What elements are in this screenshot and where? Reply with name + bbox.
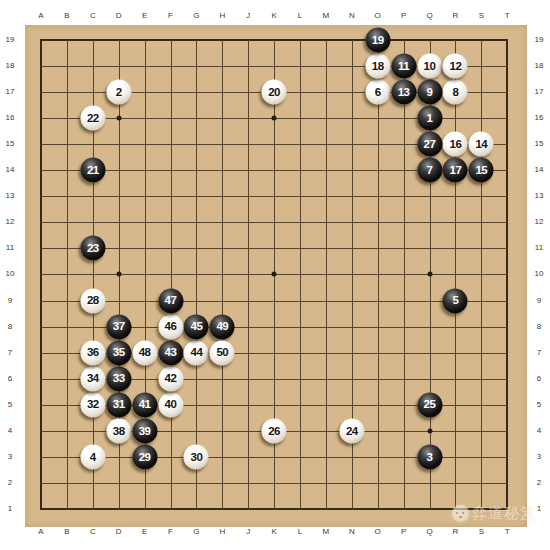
stone-number: 17 xyxy=(449,165,461,177)
coordinate-label-left: 18 xyxy=(6,62,15,70)
star-point xyxy=(427,272,432,277)
stone-number: 48 xyxy=(139,347,151,359)
coordinate-label-top: M xyxy=(323,12,330,20)
coordinate-label-left: 11 xyxy=(6,244,14,252)
stone-number: 50 xyxy=(216,347,228,359)
stone-number: 26 xyxy=(268,425,280,437)
coordinate-label-bottom: H xyxy=(219,528,225,536)
coordinate-label-left: 17 xyxy=(6,88,15,96)
star-point xyxy=(272,272,277,277)
stone-number: 28 xyxy=(87,295,99,307)
stone-number: 32 xyxy=(87,399,99,411)
stone-number: 19 xyxy=(372,34,384,46)
coordinate-label-bottom: M xyxy=(323,528,330,536)
coordinate-label-right: 6 xyxy=(537,375,541,383)
stone-white: 40 xyxy=(158,392,183,417)
coordinate-label-left: 9 xyxy=(8,297,12,305)
stone-black: 31 xyxy=(106,392,131,417)
stone-number: 10 xyxy=(424,60,436,72)
stone-black: 15 xyxy=(469,158,494,183)
coordinate-label-left: 10 xyxy=(6,270,15,278)
stone-number: 3 xyxy=(427,451,433,463)
stone-white: 32 xyxy=(80,392,105,417)
stone-number: 40 xyxy=(165,399,177,411)
coordinate-label-left: 14 xyxy=(6,166,15,174)
coordinate-label-top: Q xyxy=(426,12,432,20)
stone-white: 28 xyxy=(80,288,105,313)
stone-number: 11 xyxy=(398,60,409,72)
stone-number: 4 xyxy=(90,451,96,463)
coordinate-label-left: 6 xyxy=(8,375,12,383)
coordinate-label-right: 18 xyxy=(535,62,544,70)
stone-black: 11 xyxy=(391,54,416,79)
stone-number: 49 xyxy=(216,321,228,333)
coordinate-label-bottom: J xyxy=(246,528,250,536)
stone-black: 45 xyxy=(184,314,209,339)
stone-black: 5 xyxy=(443,288,468,313)
stone-number: 18 xyxy=(372,60,384,72)
star-point xyxy=(116,116,121,121)
stone-number: 9 xyxy=(427,86,433,98)
grid-line-vertical xyxy=(300,40,301,509)
stone-black: 21 xyxy=(80,158,105,183)
stone-white: 12 xyxy=(443,54,468,79)
coordinate-label-right: 8 xyxy=(537,323,541,331)
star-point xyxy=(116,272,121,277)
coordinate-label-bottom: S xyxy=(479,528,484,536)
coordinate-label-bottom: C xyxy=(90,528,96,536)
coordinate-label-right: 3 xyxy=(537,453,541,461)
stone-number: 37 xyxy=(113,321,125,333)
stone-number: 24 xyxy=(346,425,358,437)
stone-number: 5 xyxy=(452,295,458,307)
coordinate-label-top: H xyxy=(219,12,225,20)
coordinate-label-right: 1 xyxy=(537,505,541,513)
coordinate-label-right: 4 xyxy=(537,427,541,435)
stone-number: 43 xyxy=(165,347,177,359)
stone-white: 50 xyxy=(210,340,235,365)
stone-number: 41 xyxy=(139,399,151,411)
coordinate-label-right: 17 xyxy=(535,88,544,96)
stone-number: 25 xyxy=(424,399,436,411)
stone-number: 6 xyxy=(375,86,381,98)
coordinate-label-top: J xyxy=(246,12,250,20)
stone-black: 27 xyxy=(417,132,442,157)
stone-black: 19 xyxy=(365,28,390,53)
stone-number: 2 xyxy=(116,86,122,98)
stone-white: 6 xyxy=(365,80,390,105)
stone-white: 22 xyxy=(80,106,105,131)
coordinate-label-top: O xyxy=(375,12,381,20)
stone-number: 47 xyxy=(165,295,177,307)
stone-number: 14 xyxy=(475,138,487,150)
stone-number: 39 xyxy=(139,425,151,437)
stone-white: 24 xyxy=(339,418,364,443)
coordinate-label-right: 5 xyxy=(537,401,541,409)
stone-white: 46 xyxy=(158,314,183,339)
coordinate-label-right: 12 xyxy=(535,218,544,226)
stone-white: 34 xyxy=(80,366,105,391)
stone-number: 33 xyxy=(113,373,125,385)
stone-number: 45 xyxy=(190,321,202,333)
coordinate-label-bottom: T xyxy=(505,528,510,536)
stone-white: 14 xyxy=(469,132,494,157)
stone-number: 7 xyxy=(427,165,433,177)
coordinate-label-right: 19 xyxy=(535,36,544,44)
stone-number: 1 xyxy=(427,112,433,124)
coordinate-label-top: F xyxy=(168,12,173,20)
coordinate-label-bottom: L xyxy=(298,528,302,536)
coordinate-label-left: 2 xyxy=(8,479,12,487)
stone-black: 3 xyxy=(417,444,442,469)
star-point xyxy=(272,116,277,121)
stone-number: 15 xyxy=(475,165,487,177)
coordinate-label-top: A xyxy=(38,12,43,20)
stone-black: 35 xyxy=(106,340,131,365)
go-diagram-screen: AABBCCDDEEFFGGHHJJKKLLMMNNOOPPQQRRSSTT19… xyxy=(0,0,550,550)
stone-black: 33 xyxy=(106,366,131,391)
stone-black: 25 xyxy=(417,392,442,417)
grid-line-horizontal xyxy=(41,483,507,484)
coordinate-label-top: N xyxy=(349,12,355,20)
stone-white: 42 xyxy=(158,366,183,391)
coordinate-label-top: K xyxy=(271,12,276,20)
coordinate-label-bottom: E xyxy=(142,528,147,536)
coordinate-label-left: 5 xyxy=(8,401,12,409)
coordinate-label-top: G xyxy=(193,12,199,20)
coordinate-label-top: P xyxy=(401,12,406,20)
coordinate-label-top: L xyxy=(298,12,302,20)
coordinate-label-left: 1 xyxy=(8,505,12,513)
coordinate-label-bottom: D xyxy=(116,528,122,536)
coordinate-label-bottom: A xyxy=(38,528,43,536)
stone-black: 41 xyxy=(132,392,157,417)
stone-number: 8 xyxy=(452,86,458,98)
grid-line-vertical xyxy=(481,40,482,509)
coordinate-label-left: 4 xyxy=(8,427,12,435)
coordinate-label-bottom: N xyxy=(349,528,355,536)
stone-black: 13 xyxy=(391,80,416,105)
coordinate-label-left: 7 xyxy=(8,349,12,357)
stone-white: 30 xyxy=(184,444,209,469)
stone-number: 44 xyxy=(190,347,202,359)
coordinate-label-right: 13 xyxy=(535,192,544,200)
stone-white: 2 xyxy=(106,80,131,105)
stone-black: 47 xyxy=(158,288,183,313)
coordinate-label-bottom: Q xyxy=(426,528,432,536)
coordinate-label-top: E xyxy=(142,12,147,20)
stone-black: 29 xyxy=(132,444,157,469)
stone-white: 16 xyxy=(443,132,468,157)
stone-black: 49 xyxy=(210,314,235,339)
coordinate-label-right: 2 xyxy=(537,479,541,487)
stone-number: 36 xyxy=(87,347,99,359)
stone-black: 1 xyxy=(417,106,442,131)
stone-number: 27 xyxy=(424,138,436,150)
grid-line-horizontal xyxy=(41,301,507,302)
stone-number: 42 xyxy=(165,373,177,385)
stone-black: 7 xyxy=(417,158,442,183)
coordinate-label-top: D xyxy=(116,12,122,20)
coordinate-label-left: 3 xyxy=(8,453,12,461)
coordinate-label-left: 19 xyxy=(6,36,15,44)
grid-line-vertical xyxy=(378,40,379,509)
coordinate-label-bottom: G xyxy=(193,528,199,536)
stone-white: 48 xyxy=(132,340,157,365)
coordinate-label-bottom: P xyxy=(401,528,406,536)
stone-number: 34 xyxy=(87,373,99,385)
stone-black: 37 xyxy=(106,314,131,339)
stone-white: 18 xyxy=(365,54,390,79)
stone-white: 26 xyxy=(262,418,287,443)
stone-white: 4 xyxy=(80,444,105,469)
coordinate-label-bottom: K xyxy=(271,528,276,536)
coordinate-label-bottom: F xyxy=(168,528,173,536)
stone-black: 23 xyxy=(80,236,105,261)
coordinate-label-bottom: B xyxy=(64,528,69,536)
stone-number: 21 xyxy=(87,165,99,177)
stone-number: 46 xyxy=(165,321,177,333)
stone-black: 17 xyxy=(443,158,468,183)
stone-number: 22 xyxy=(87,112,99,124)
coordinate-label-left: 8 xyxy=(8,323,12,331)
coordinate-label-left: 13 xyxy=(6,192,15,200)
grid-line-vertical xyxy=(404,40,405,509)
stone-number: 29 xyxy=(139,451,151,463)
coordinate-label-right: 9 xyxy=(537,297,541,305)
coordinate-label-top: C xyxy=(90,12,96,20)
stone-number: 35 xyxy=(113,347,125,359)
stone-number: 16 xyxy=(449,138,461,150)
stone-number: 12 xyxy=(449,60,461,72)
stone-white: 10 xyxy=(417,54,442,79)
stone-number: 23 xyxy=(87,243,99,255)
coordinate-label-top: S xyxy=(479,12,484,20)
stone-number: 31 xyxy=(113,399,125,411)
coordinate-label-right: 15 xyxy=(535,140,544,148)
stone-number: 20 xyxy=(268,86,280,98)
stone-white: 38 xyxy=(106,418,131,443)
stone-black: 39 xyxy=(132,418,157,443)
stone-black: 9 xyxy=(417,80,442,105)
coordinate-label-top: B xyxy=(64,12,69,20)
stone-white: 36 xyxy=(80,340,105,365)
coordinate-label-left: 16 xyxy=(6,114,15,122)
coordinate-label-left: 12 xyxy=(6,218,15,226)
stone-white: 8 xyxy=(443,80,468,105)
stone-white: 20 xyxy=(262,80,287,105)
coordinate-label-right: 14 xyxy=(535,166,544,174)
stone-number: 13 xyxy=(398,86,410,98)
stone-number: 38 xyxy=(113,425,125,437)
coordinate-label-top: R xyxy=(453,12,459,20)
coordinate-label-right: 10 xyxy=(535,270,544,278)
coordinate-label-bottom: R xyxy=(453,528,459,536)
grid-line-vertical xyxy=(326,40,327,509)
coordinate-label-left: 15 xyxy=(6,140,15,148)
stone-white: 44 xyxy=(184,340,209,365)
coordinate-label-top: T xyxy=(505,12,510,20)
grid-line-vertical xyxy=(455,40,456,509)
stone-number: 30 xyxy=(190,451,202,463)
coordinate-label-bottom: O xyxy=(375,528,381,536)
stone-black: 43 xyxy=(158,340,183,365)
coordinate-label-right: 11 xyxy=(535,244,543,252)
coordinate-label-right: 7 xyxy=(537,349,541,357)
coordinate-label-right: 16 xyxy=(535,114,544,122)
star-point xyxy=(427,428,432,433)
